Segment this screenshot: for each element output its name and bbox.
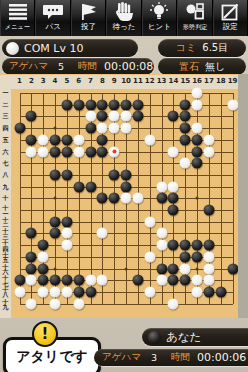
komi-label: コミ (176, 41, 196, 55)
row-label-15: 十五 (0, 251, 11, 262)
toolbar-button-label: 待った (113, 22, 136, 31)
black-stone-7-2 (85, 99, 96, 110)
black-stone-13-10 (156, 193, 167, 204)
black-stone-5-5 (61, 134, 72, 145)
row-label-19: 十九 (0, 298, 11, 309)
black-stone-10-2 (121, 99, 132, 110)
handicap-label: 置石 (179, 60, 199, 74)
white-stone-1-18 (14, 286, 25, 297)
white-stone-16-1 (192, 88, 203, 99)
col-label-6: 6 (76, 77, 81, 85)
black-stone-3-17 (38, 275, 49, 286)
col-label-3: 3 (41, 77, 46, 85)
row-label-18: 十八 (0, 286, 11, 297)
black-stone-7-18 (85, 286, 96, 297)
row-label-8: 八 (0, 172, 11, 178)
time-value: 00:00:08 (104, 60, 153, 73)
black-stone-17-11 (203, 205, 214, 216)
black-stone-14-11 (168, 205, 179, 216)
row-label-6: 六 (0, 149, 11, 155)
col-label-18: 18 (216, 77, 226, 85)
col-label-14: 14 (169, 77, 179, 85)
black-stone-14-3 (168, 111, 179, 122)
black-stone-9-8 (109, 169, 120, 180)
white-stone-17-17 (203, 275, 214, 286)
toolbar-button-7[interactable]: 設定 (213, 0, 248, 36)
white-stone-3-18 (38, 286, 49, 297)
black-stone-14-14 (168, 240, 179, 251)
black-stone-4-5 (50, 134, 61, 145)
white-stone-5-14 (61, 240, 72, 251)
white-stone-4-18 (50, 286, 61, 297)
black-stone-3-16 (38, 263, 49, 274)
col-label-9: 9 (112, 77, 117, 85)
black-stone-19-16 (227, 263, 238, 274)
row-label-5: 五 (0, 137, 11, 143)
col-label-12: 12 (145, 77, 155, 85)
row-coordinates: 一二三四五六七八九十十一十二十三十四十五十六十七十八十九 (0, 89, 11, 318)
white-stone-6-5 (73, 134, 84, 145)
white-stone-8-13 (97, 228, 108, 239)
star-point (196, 267, 199, 270)
star-point (125, 267, 128, 270)
toolbar-button-2[interactable]: パス (35, 0, 70, 36)
col-label-13: 13 (157, 77, 167, 85)
black-stone-4-6 (50, 146, 61, 157)
white-stone-13-14 (156, 240, 167, 251)
white-stone-17-15 (203, 251, 214, 262)
speech-bubble-icon (42, 1, 64, 22)
black-stone-5-17 (61, 275, 72, 286)
black-stone-16-7 (192, 158, 203, 169)
white-stone-icon (6, 42, 19, 55)
col-label-5: 5 (64, 77, 69, 85)
grid-vline (150, 93, 151, 304)
go-app: メニューパス投了待ったヒント形勢判定設定 COM Lv 10 コミ 6.5目 ア… (0, 0, 248, 372)
lightbulb-icon (149, 1, 169, 22)
black-stone-15-4 (180, 123, 191, 134)
white-stone-14-19 (168, 298, 179, 309)
black-stone-8-10 (97, 193, 108, 204)
opponent-name: COM Lv 10 (24, 42, 83, 55)
col-label-8: 8 (100, 77, 105, 85)
white-stone-9-3 (109, 111, 120, 122)
black-stone-15-14 (180, 240, 191, 251)
black-stone-16-5 (192, 134, 203, 145)
toolbar-button-5[interactable]: ヒント (142, 0, 177, 36)
black-stone-icon (148, 331, 161, 344)
row-label-7: 七 (0, 160, 11, 166)
black-stone-14-16 (168, 263, 179, 274)
toolbar-button-label: パス (45, 22, 60, 31)
black-stone-1-17 (14, 275, 25, 286)
row-label-16: 十六 (0, 263, 11, 274)
column-coordinates: 12345678910111213141516171819 (0, 75, 238, 89)
white-stone-16-18 (192, 286, 203, 297)
black-stone-15-2 (180, 99, 191, 110)
white-stone-6-6 (73, 146, 84, 157)
white-stone-13-17 (156, 275, 167, 286)
toolbar-button-label: メニュー (5, 23, 30, 30)
white-stone-7-3 (85, 111, 96, 122)
black-stone-15-5 (180, 134, 191, 145)
black-stone-9-10 (109, 193, 120, 204)
black-stone-14-17 (168, 275, 179, 286)
toolbar: メニューパス投了待ったヒント形勢判定設定 (0, 0, 248, 36)
white-stone-14-6 (168, 146, 179, 157)
black-stone-5-6 (61, 146, 72, 157)
black-stone-18-18 (215, 286, 226, 297)
black-stone-6-18 (73, 286, 84, 297)
col-label-10: 10 (121, 77, 131, 85)
menu-icon (8, 1, 28, 22)
toolbar-button-label: 投了 (81, 22, 96, 31)
opponent-pill: COM Lv 10 (2, 39, 138, 57)
handicap-value: 無し (205, 60, 225, 74)
black-stone-11-17 (132, 275, 143, 286)
black-stone-11-3 (132, 111, 143, 122)
col-label-7: 7 (88, 77, 93, 85)
toolbar-button-label: 形勢判定 (183, 23, 208, 30)
white-stone-17-16 (203, 263, 214, 274)
white-stone-9-4 (109, 123, 120, 134)
row-label-4: 四 (0, 125, 11, 131)
star-point (54, 267, 57, 270)
col-label-1: 1 (17, 77, 22, 85)
white-stone-5-13 (61, 228, 72, 239)
row-label-10: 十 (0, 196, 11, 202)
black-stone-7-4 (85, 123, 96, 134)
player-captures-bar: アゲハマ 3 時間 00:00:06 (94, 349, 248, 366)
time-label: 時間 (78, 60, 97, 73)
toolbar-button-3[interactable]: 投了 (71, 0, 106, 36)
row-label-14: 十四 (0, 240, 11, 251)
black-stone-2-5 (26, 134, 37, 145)
white-stone-15-16 (180, 263, 191, 274)
grid-vline (221, 93, 222, 304)
white-stone-16-4 (192, 123, 203, 134)
black-stone-9-2 (109, 99, 120, 110)
col-label-15: 15 (180, 77, 190, 85)
white-stone-12-18 (144, 286, 155, 297)
row-label-11: 十一 (0, 205, 11, 216)
row-label-12: 十二 (0, 216, 11, 227)
col-label-17: 17 (204, 77, 214, 85)
captures-value: 3 (151, 352, 157, 363)
black-stone-7-9 (85, 181, 96, 192)
black-stone-2-3 (26, 111, 37, 122)
flag-icon (79, 1, 99, 22)
white-stone-17-5 (203, 134, 214, 145)
row-label-17: 十七 (0, 275, 11, 286)
toolbar-button-label: ヒント (148, 22, 171, 31)
white-stone-12-15 (144, 251, 155, 262)
white-stone-6-19 (73, 298, 84, 309)
black-stone-6-2 (73, 99, 84, 110)
captures-value: 5 (58, 61, 64, 72)
black-stone-8-5 (97, 134, 108, 145)
star-point (196, 197, 199, 200)
white-stone-17-6 (203, 146, 214, 157)
white-stone-13-9 (156, 181, 167, 192)
black-stone-16-14 (192, 240, 203, 251)
white-stone-5-18 (61, 286, 72, 297)
black-stone-7-6 (85, 146, 96, 157)
white-stone-10-4 (121, 123, 132, 134)
captures-label: アゲハマ (102, 351, 141, 364)
toolbar-button-1[interactable]: メニュー (0, 0, 35, 36)
white-stone-3-15 (38, 251, 49, 262)
black-stone-14-10 (168, 193, 179, 204)
black-stone-3-14 (38, 240, 49, 251)
black-stone-6-17 (73, 275, 84, 286)
white-stone-4-19 (50, 298, 61, 309)
white-stone-14-9 (168, 181, 179, 192)
black-stone-15-15 (180, 251, 191, 262)
black-stone-2-13 (26, 228, 37, 239)
row-label-2: 二 (0, 102, 11, 108)
opponent-captures-bar: アゲハマ 5 時間 00:00:08 (2, 58, 154, 75)
handicap-pill: 置石 無し (158, 58, 246, 75)
toolbar-button-4[interactable]: 待った (106, 0, 141, 36)
black-stone-4-17 (50, 275, 61, 286)
black-stone-15-3 (180, 111, 191, 122)
time-label: 時間 (171, 351, 190, 364)
black-stone-5-8 (61, 169, 72, 180)
black-stone-2-15 (26, 251, 37, 262)
white-stone-19-2 (227, 99, 238, 110)
time-value: 00:00:06 (197, 351, 246, 364)
white-stone-2-19 (26, 298, 37, 309)
hand-icon (115, 1, 133, 22)
black-stone-2-16 (26, 263, 37, 274)
white-stone-8-4 (97, 123, 108, 134)
white-stone-13-13 (156, 228, 167, 239)
black-stone-8-2 (97, 99, 108, 110)
toolbar-button-label: 設定 (223, 22, 238, 31)
captures-label: アゲハマ (9, 60, 48, 73)
settings-icon (221, 1, 240, 22)
col-label-2: 2 (29, 77, 34, 85)
black-stone-4-13 (50, 228, 61, 239)
white-stone-8-17 (97, 275, 108, 286)
alert-exclamation-icon: ! (32, 321, 58, 347)
black-stone-16-6 (192, 146, 203, 157)
row-label-3: 三 (0, 114, 11, 120)
black-stone-6-9 (73, 181, 84, 192)
row-label-1: 一 (0, 90, 11, 96)
black-stone-4-8 (50, 169, 61, 180)
white-stone-3-5 (38, 134, 49, 145)
col-label-16: 16 (192, 77, 202, 85)
player-label: あなた (166, 330, 201, 345)
last-move-marker (112, 150, 116, 154)
white-stone-2-17 (26, 275, 37, 286)
white-stone-16-2 (192, 99, 203, 110)
white-stone-15-7 (180, 158, 191, 169)
white-stone-10-3 (121, 111, 132, 122)
white-stone-2-6 (26, 146, 37, 157)
white-stone-3-6 (38, 146, 49, 157)
toolbar-button-6[interactable]: 形勢判定 (177, 0, 212, 36)
black-stone-5-12 (61, 216, 72, 227)
black-stone-1-4 (14, 123, 25, 134)
star-point (54, 197, 57, 200)
grid-hline (20, 210, 233, 211)
black-stone-8-6 (97, 146, 108, 157)
black-stone-17-14 (203, 240, 214, 251)
col-label-11: 11 (133, 77, 143, 85)
white-stone-12-12 (144, 216, 155, 227)
white-stone-16-17 (192, 275, 203, 286)
white-stone-9-6 (109, 146, 120, 157)
black-stone-15-17 (180, 275, 191, 286)
white-stone-10-10 (121, 193, 132, 204)
black-stone-10-8 (121, 169, 132, 180)
shapes-icon (185, 1, 205, 22)
white-stone-12-5 (144, 134, 155, 145)
row-label-9: 九 (0, 184, 11, 190)
black-stone-4-12 (50, 216, 61, 227)
black-stone-17-18 (203, 286, 214, 297)
star-point (54, 127, 57, 130)
black-stone-16-15 (192, 251, 203, 262)
col-label-19: 19 (228, 77, 238, 85)
black-stone-11-2 (132, 99, 143, 110)
komi-pill: コミ 6.5目 (158, 39, 246, 57)
go-board[interactable]: 12345678910111213141516171819 一二三四五六七八九十… (0, 74, 238, 318)
komi-value: 6.5目 (202, 41, 228, 55)
black-stone-13-16 (156, 263, 167, 274)
black-stone-10-9 (121, 181, 132, 192)
board-right-margin (238, 74, 248, 318)
black-stone-5-2 (61, 99, 72, 110)
white-stone-7-17 (85, 275, 96, 286)
col-label-4: 4 (53, 77, 58, 85)
black-stone-8-3 (97, 111, 108, 122)
row-label-13: 十三 (0, 228, 11, 239)
player-pill: あなた (142, 328, 248, 346)
white-stone-11-10 (132, 193, 143, 204)
